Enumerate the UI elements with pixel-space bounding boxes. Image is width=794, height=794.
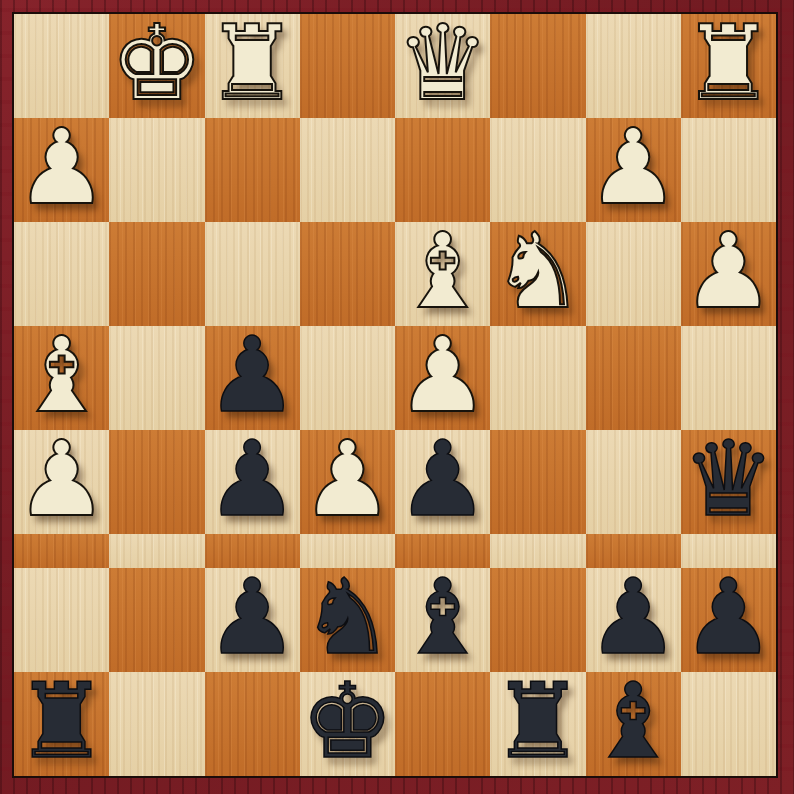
piece-white-pawn[interactable]: ♟ xyxy=(15,427,108,531)
square-a3[interactable] xyxy=(14,534,109,568)
square-g8[interactable] xyxy=(586,14,681,118)
piece-white-pawn[interactable]: ♟ xyxy=(682,219,775,323)
square-b8[interactable]: ♚ xyxy=(109,14,204,118)
square-e6[interactable]: ♝ xyxy=(395,222,490,326)
square-e1[interactable] xyxy=(395,672,490,776)
square-a2[interactable] xyxy=(14,568,109,672)
square-f6[interactable]: ♞ xyxy=(490,222,585,326)
piece-black-pawn[interactable]: ♟ xyxy=(396,427,489,531)
square-g1[interactable]: ♝ xyxy=(586,672,681,776)
piece-white-knight[interactable]: ♞ xyxy=(491,219,584,323)
square-g2[interactable]: ♟ xyxy=(586,568,681,672)
chess-board: ♚♜♛♜♟♟♝♞♟♝♟♟♟♟♟♟♛♟♞♝♟♟♜♚♜♝ xyxy=(12,12,778,778)
square-a7[interactable]: ♟ xyxy=(14,118,109,222)
square-a5[interactable]: ♝ xyxy=(14,326,109,430)
square-f7[interactable] xyxy=(490,118,585,222)
piece-black-rook[interactable]: ♜ xyxy=(15,669,108,773)
piece-black-pawn[interactable]: ♟ xyxy=(206,565,299,669)
square-e5[interactable]: ♟ xyxy=(395,326,490,430)
piece-black-king[interactable]: ♚ xyxy=(301,669,394,773)
piece-white-rook[interactable]: ♜ xyxy=(682,11,775,115)
square-a1[interactable]: ♜ xyxy=(14,672,109,776)
square-e8[interactable]: ♛ xyxy=(395,14,490,118)
square-d5[interactable] xyxy=(300,326,395,430)
piece-white-pawn[interactable]: ♟ xyxy=(587,115,680,219)
square-d7[interactable] xyxy=(300,118,395,222)
square-g7[interactable]: ♟ xyxy=(586,118,681,222)
square-e7[interactable] xyxy=(395,118,490,222)
piece-black-bishop[interactable]: ♝ xyxy=(396,565,489,669)
square-a6[interactable] xyxy=(14,222,109,326)
square-b5[interactable] xyxy=(109,326,204,430)
square-b2[interactable] xyxy=(109,568,204,672)
piece-black-knight[interactable]: ♞ xyxy=(301,565,394,669)
piece-black-pawn[interactable]: ♟ xyxy=(206,323,299,427)
square-c2[interactable]: ♟ xyxy=(205,568,300,672)
piece-white-pawn[interactable]: ♟ xyxy=(301,427,394,531)
square-e4[interactable]: ♟ xyxy=(395,430,490,534)
square-f1[interactable]: ♜ xyxy=(490,672,585,776)
square-b3[interactable] xyxy=(109,534,204,568)
square-f8[interactable] xyxy=(490,14,585,118)
square-g5[interactable] xyxy=(586,326,681,430)
square-f5[interactable] xyxy=(490,326,585,430)
square-d4[interactable]: ♟ xyxy=(300,430,395,534)
square-c5[interactable]: ♟ xyxy=(205,326,300,430)
piece-black-rook[interactable]: ♜ xyxy=(491,669,584,773)
square-c8[interactable]: ♜ xyxy=(205,14,300,118)
piece-white-pawn[interactable]: ♟ xyxy=(15,115,108,219)
piece-white-bishop[interactable]: ♝ xyxy=(396,219,489,323)
square-b6[interactable] xyxy=(109,222,204,326)
square-g6[interactable] xyxy=(586,222,681,326)
piece-white-pawn[interactable]: ♟ xyxy=(396,323,489,427)
piece-white-queen[interactable]: ♛ xyxy=(396,11,489,115)
square-h4[interactable]: ♛ xyxy=(681,430,776,534)
square-e2[interactable]: ♝ xyxy=(395,568,490,672)
square-b7[interactable] xyxy=(109,118,204,222)
square-b4[interactable] xyxy=(109,430,204,534)
square-h5[interactable] xyxy=(681,326,776,430)
square-g4[interactable] xyxy=(586,430,681,534)
piece-white-king[interactable]: ♚ xyxy=(110,11,203,115)
square-c4[interactable]: ♟ xyxy=(205,430,300,534)
square-d6[interactable] xyxy=(300,222,395,326)
square-h6[interactable]: ♟ xyxy=(681,222,776,326)
square-a4[interactable]: ♟ xyxy=(14,430,109,534)
square-c6[interactable] xyxy=(205,222,300,326)
square-d1[interactable]: ♚ xyxy=(300,672,395,776)
square-h1[interactable] xyxy=(681,672,776,776)
square-c1[interactable] xyxy=(205,672,300,776)
square-d2[interactable]: ♞ xyxy=(300,568,395,672)
square-d8[interactable] xyxy=(300,14,395,118)
piece-white-rook[interactable]: ♜ xyxy=(206,11,299,115)
square-h7[interactable] xyxy=(681,118,776,222)
piece-white-bishop[interactable]: ♝ xyxy=(15,323,108,427)
piece-black-pawn[interactable]: ♟ xyxy=(682,565,775,669)
piece-black-pawn[interactable]: ♟ xyxy=(206,427,299,531)
piece-black-queen[interactable]: ♛ xyxy=(682,427,775,531)
square-b1[interactable] xyxy=(109,672,204,776)
piece-black-pawn[interactable]: ♟ xyxy=(587,565,680,669)
square-h8[interactable]: ♜ xyxy=(681,14,776,118)
board-frame: ♚♜♛♜♟♟♝♞♟♝♟♟♟♟♟♟♛♟♞♝♟♟♜♚♜♝ xyxy=(0,0,794,794)
square-f2[interactable] xyxy=(490,568,585,672)
square-a8[interactable] xyxy=(14,14,109,118)
square-f4[interactable] xyxy=(490,430,585,534)
square-c7[interactable] xyxy=(205,118,300,222)
square-h2[interactable]: ♟ xyxy=(681,568,776,672)
piece-black-bishop[interactable]: ♝ xyxy=(587,669,680,773)
square-f3[interactable] xyxy=(490,534,585,568)
